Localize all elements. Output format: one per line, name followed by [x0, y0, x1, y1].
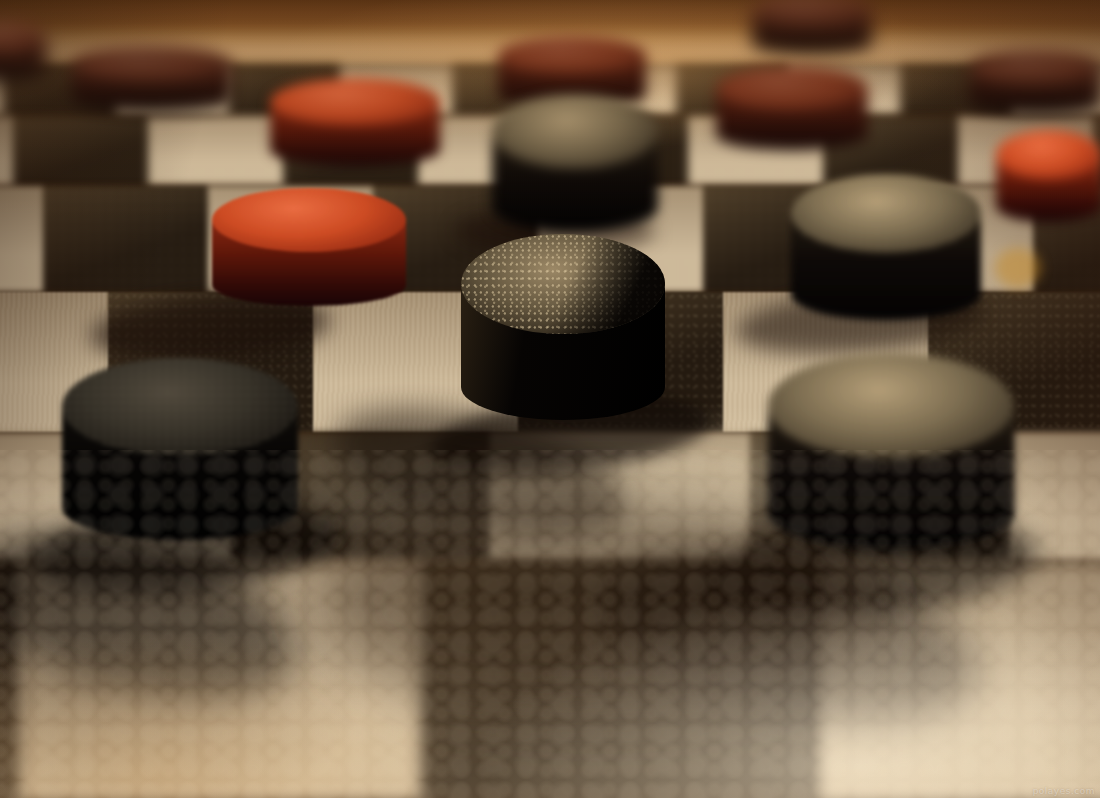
checker-glyph: ⛂ [562, 141, 572, 155]
piece-top-face [970, 50, 1100, 85]
board-square-dark [13, 116, 148, 186]
checker-glyph: ⛀ [293, 228, 303, 242]
red-piece-h7: ⛀ [996, 130, 1100, 222]
red-piece-back-a8: ⛀ [72, 46, 232, 112]
checker-glyph: ⛂ [871, 420, 881, 434]
black-piece-a4: ⛂ [62, 358, 298, 540]
checker-glyph: ⛀ [341, 108, 351, 122]
piece-top-face [62, 358, 298, 456]
checker-glyph: ⛂ [871, 224, 881, 238]
piece-top-face [72, 46, 232, 82]
gold-spot [995, 248, 1041, 288]
checker-glyph: ⛀ [560, 60, 570, 74]
checker-glyph: ⛀ [0, 42, 10, 56]
piece-top-face [492, 94, 658, 169]
piece-top-face [212, 188, 406, 252]
red-piece-far-left-edge: ⛀ [0, 22, 46, 80]
piece-top-face [461, 234, 665, 334]
board-square-dark [43, 186, 208, 292]
maroon-piece-back-f: ⛀ [752, 0, 872, 54]
red-piece-f7: ⛀ [716, 66, 868, 150]
piece-top-face [270, 78, 440, 126]
checker-glyph: ⛀ [780, 95, 790, 109]
black-piece-d6: ⛂ [492, 94, 658, 232]
checker-glyph: ⛂ [547, 297, 557, 311]
black-piece-g4: ⛂ [768, 353, 1014, 549]
piece-top-face [716, 66, 868, 111]
watermark-text: polayes.com [1033, 786, 1095, 796]
checker-glyph: ⛀ [802, 14, 812, 28]
checker-glyph: ⛀ [1041, 161, 1051, 175]
checker-glyph: ⛂ [161, 420, 171, 434]
piece-top-face [768, 353, 1014, 459]
checker-glyph: ⛀ [1025, 72, 1035, 86]
black-piece-f6: ⛂ [791, 174, 981, 320]
red-piece-back-h8: ⛀ [970, 50, 1100, 114]
checkers-photo-scene: ⛀⛀⛀⛀⛀⛀⛀⛀⛂⛀⛂⛂⛂⛂ polayes.com [0, 0, 1100, 798]
red-piece-c7: ⛀ [270, 78, 440, 166]
board-square-light [0, 116, 13, 186]
board-square-light [0, 186, 43, 292]
black-piece-d5-focused: ⛂ [461, 234, 665, 420]
piece-top-face [498, 36, 646, 75]
checker-glyph: ⛀ [139, 68, 149, 82]
red-piece-c5: ⛀ [212, 188, 406, 306]
board-square-light [148, 116, 283, 186]
piece-top-face [791, 174, 981, 253]
